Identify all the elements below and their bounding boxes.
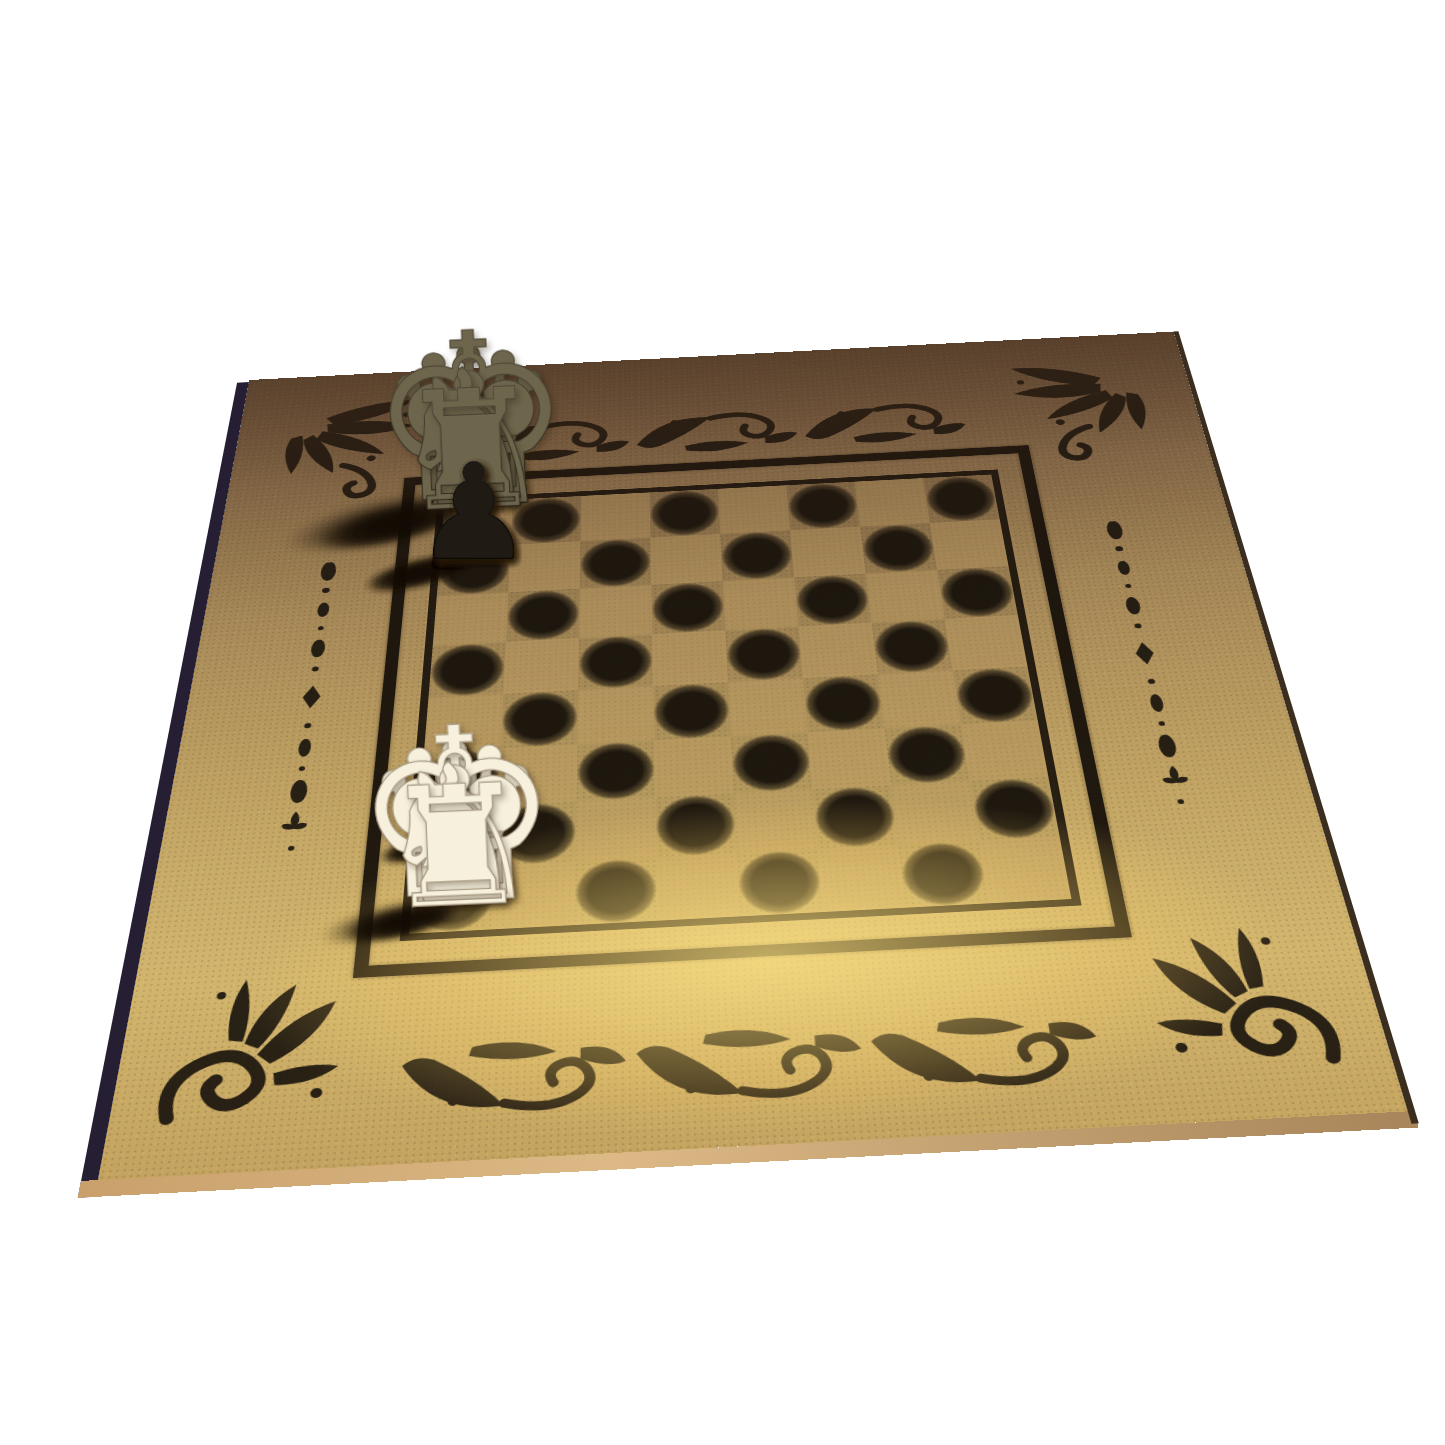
square-c1[interactable] — [575, 858, 658, 926]
square-b8[interactable] — [511, 496, 582, 545]
square-h5[interactable] — [945, 615, 1028, 670]
square-c4[interactable] — [577, 686, 654, 744]
chess-board — [98, 332, 1408, 1180]
square-f3[interactable] — [808, 728, 892, 789]
square-d5[interactable] — [652, 630, 728, 686]
play-area-inner-frame — [400, 469, 1082, 941]
square-c5[interactable] — [578, 634, 653, 690]
square-d7[interactable] — [650, 534, 722, 585]
square-f2[interactable] — [812, 785, 898, 849]
square-a2[interactable] — [414, 806, 498, 870]
square-h3[interactable] — [961, 720, 1048, 781]
square-b5[interactable] — [503, 638, 579, 694]
square-h8[interactable] — [923, 474, 1000, 522]
dotted-chain-right — [1094, 520, 1206, 817]
square-d4[interactable] — [653, 682, 731, 740]
square-g3[interactable] — [884, 724, 969, 785]
square-c2[interactable] — [576, 798, 657, 862]
square-e1[interactable] — [737, 849, 823, 916]
square-d8[interactable] — [649, 489, 720, 538]
scroll-band-bottom — [356, 993, 1145, 1140]
square-a4[interactable] — [424, 694, 503, 753]
square-a5[interactable] — [428, 642, 505, 698]
square-f7[interactable] — [790, 527, 866, 578]
square-h7[interactable] — [930, 519, 1009, 570]
square-f4[interactable] — [803, 674, 884, 732]
square-e7[interactable] — [720, 530, 794, 581]
play-area-frame — [353, 445, 1132, 978]
square-a3[interactable] — [419, 748, 500, 809]
square-c8[interactable] — [580, 492, 650, 541]
square-b1[interactable] — [492, 862, 576, 930]
square-e4[interactable] — [728, 678, 808, 736]
square-h6[interactable] — [937, 566, 1018, 619]
square-g1[interactable] — [898, 841, 988, 908]
square-g4[interactable] — [878, 670, 961, 728]
square-a6[interactable] — [433, 592, 509, 645]
square-e2[interactable] — [734, 789, 818, 853]
square-g2[interactable] — [891, 781, 979, 845]
square-g6[interactable] — [866, 570, 945, 623]
square-d6[interactable] — [651, 581, 725, 634]
square-c3[interactable] — [577, 740, 656, 801]
square-b6[interactable] — [506, 589, 580, 642]
square-d3[interactable] — [654, 736, 734, 797]
square-a8[interactable] — [441, 500, 513, 549]
square-b3[interactable] — [498, 744, 578, 805]
square-e6[interactable] — [723, 577, 799, 630]
square-c7[interactable] — [580, 538, 651, 589]
square-a7[interactable] — [437, 545, 511, 596]
checkerboard-grid — [409, 474, 1071, 933]
square-a1[interactable] — [409, 866, 495, 934]
square-e5[interactable] — [725, 627, 803, 683]
square-f1[interactable] — [818, 845, 906, 912]
square-g5[interactable] — [872, 619, 953, 674]
square-b7[interactable] — [508, 541, 580, 592]
corner-flourish-bottom-left — [127, 947, 390, 1154]
square-d1[interactable] — [656, 853, 740, 920]
square-e3[interactable] — [731, 732, 813, 793]
photo-stage: ♜♞♝♛♚♝♞♜♟♟♟♟♟♟♟♟♟♟♟♟♟♟♟♟♜♞♝♛♚♝♞♜ — [0, 0, 1445, 1445]
square-f6[interactable] — [794, 574, 871, 627]
square-c6[interactable] — [579, 585, 652, 638]
square-g7[interactable] — [860, 523, 937, 574]
perspective-scene — [0, 0, 1445, 1445]
square-d2[interactable] — [655, 793, 737, 857]
square-b2[interactable] — [495, 802, 577, 866]
square-h1[interactable] — [979, 836, 1071, 903]
square-h4[interactable] — [953, 666, 1038, 724]
square-f5[interactable] — [798, 623, 877, 678]
square-f8[interactable] — [786, 482, 860, 531]
square-e8[interactable] — [718, 485, 790, 534]
square-b4[interactable] — [501, 690, 579, 748]
square-h2[interactable] — [970, 777, 1060, 841]
square-g8[interactable] — [855, 478, 930, 527]
dotted-chain-left — [268, 561, 349, 864]
